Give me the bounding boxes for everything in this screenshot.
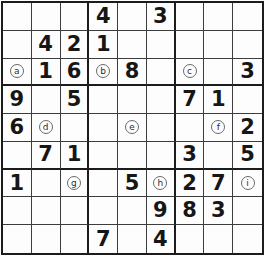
given-digit: 6: [10, 117, 25, 138]
circled-letter-d: d: [39, 120, 53, 134]
cell-r7c7[interactable]: 2: [176, 170, 205, 198]
cell-r6c7[interactable]: 3: [176, 142, 205, 170]
cell-r3c6[interactable]: [147, 59, 176, 87]
given-digit: 7: [96, 229, 111, 250]
cell-r4c9[interactable]: [233, 86, 262, 114]
cell-r4c1[interactable]: 9: [3, 86, 32, 114]
cell-r1c3[interactable]: [61, 3, 90, 31]
circled-letter-f: f: [211, 120, 225, 134]
cell-r6c9[interactable]: 5: [233, 142, 262, 170]
cell-r9c1[interactable]: [3, 225, 32, 253]
cell-r2c7[interactable]: [176, 31, 205, 59]
given-digit: 3: [211, 200, 226, 221]
cell-r5c1[interactable]: 6: [3, 114, 32, 142]
cell-r3c2[interactable]: 1: [32, 59, 61, 87]
circled-letter-a: a: [10, 64, 24, 78]
given-digit: 5: [67, 89, 82, 110]
circled-letter-g: g: [67, 176, 81, 190]
cell-r5c8[interactable]: f: [204, 114, 233, 142]
cell-r7c3[interactable]: g: [61, 170, 90, 198]
cell-r8c4[interactable]: [89, 197, 118, 225]
given-digit: 5: [125, 173, 140, 194]
cell-r9c8[interactable]: [204, 225, 233, 253]
cell-r6c3[interactable]: 1: [61, 142, 90, 170]
cell-r2c8[interactable]: [204, 31, 233, 59]
given-digit: 3: [240, 61, 255, 82]
cell-r8c7[interactable]: 8: [176, 197, 205, 225]
cell-r2c3[interactable]: 2: [61, 31, 90, 59]
cell-r1c1[interactable]: [3, 3, 32, 31]
given-digit: 1: [211, 89, 226, 110]
given-digit: 5: [240, 144, 255, 165]
cell-r4c7[interactable]: 7: [176, 86, 205, 114]
cell-r9c2[interactable]: [32, 225, 61, 253]
circled-letter-e: e: [125, 120, 139, 134]
given-digit: 1: [96, 34, 111, 55]
cell-r6c5[interactable]: [118, 142, 147, 170]
cell-r3c7[interactable]: c: [176, 59, 205, 87]
given-digit: 7: [182, 89, 197, 110]
cell-r2c6[interactable]: [147, 31, 176, 59]
given-digit: 9: [10, 89, 25, 110]
cell-r4c6[interactable]: [147, 86, 176, 114]
cell-r9c6[interactable]: 4: [147, 225, 176, 253]
cell-r4c4[interactable]: [89, 86, 118, 114]
given-digit: 1: [38, 61, 53, 82]
given-digit: 4: [38, 34, 53, 55]
cell-r8c5[interactable]: [118, 197, 147, 225]
cell-r7c8[interactable]: 7: [204, 170, 233, 198]
given-digit: 8: [125, 61, 140, 82]
cell-r6c8[interactable]: [204, 142, 233, 170]
cell-r9c3[interactable]: [61, 225, 90, 253]
cell-r5c9[interactable]: 2: [233, 114, 262, 142]
cell-r6c4[interactable]: [89, 142, 118, 170]
given-digit: 3: [153, 6, 168, 27]
cell-r9c9[interactable]: [233, 225, 262, 253]
cell-r1c6[interactable]: 3: [147, 3, 176, 31]
cell-r4c2[interactable]: [32, 86, 61, 114]
cell-r3c1[interactable]: a: [3, 59, 32, 87]
cell-r6c6[interactable]: [147, 142, 176, 170]
cell-r7c5[interactable]: 5: [118, 170, 147, 198]
cell-r8c2[interactable]: [32, 197, 61, 225]
cell-r4c5[interactable]: [118, 86, 147, 114]
given-digit: 8: [182, 200, 197, 221]
cell-r5c2[interactable]: d: [32, 114, 61, 142]
cell-r3c4[interactable]: b: [89, 59, 118, 87]
cell-r3c9[interactable]: 3: [233, 59, 262, 87]
cell-r7c2[interactable]: [32, 170, 61, 198]
cell-r7c9[interactable]: i: [233, 170, 262, 198]
cell-r1c9[interactable]: [233, 3, 262, 31]
cell-r6c1[interactable]: [3, 142, 32, 170]
cell-r3c3[interactable]: 6: [61, 59, 90, 87]
cell-r4c3[interactable]: 5: [61, 86, 90, 114]
given-digit: 1: [10, 173, 25, 194]
cell-r5c5[interactable]: e: [118, 114, 147, 142]
circled-letter-h: h: [153, 176, 167, 190]
circled-letter-b: b: [96, 64, 110, 78]
circled-letter-i: i: [241, 176, 255, 190]
cell-r7c1[interactable]: 1: [3, 170, 32, 198]
given-digit: 2: [240, 117, 255, 138]
cell-r1c4[interactable]: 4: [89, 3, 118, 31]
cell-r8c8[interactable]: 3: [204, 197, 233, 225]
given-digit: 7: [211, 173, 226, 194]
given-digit: 2: [67, 34, 82, 55]
cell-r3c8[interactable]: [204, 59, 233, 87]
cell-r2c5[interactable]: [118, 31, 147, 59]
cell-r8c3[interactable]: [61, 197, 90, 225]
cell-r8c9[interactable]: [233, 197, 262, 225]
cell-r8c6[interactable]: 9: [147, 197, 176, 225]
given-digit: 4: [96, 6, 111, 27]
cell-r5c7[interactable]: [176, 114, 205, 142]
cell-r1c7[interactable]: [176, 3, 205, 31]
given-digit: 7: [38, 144, 53, 165]
cell-r4c8[interactable]: 1: [204, 86, 233, 114]
cell-r2c9[interactable]: [233, 31, 262, 59]
cell-r9c4[interactable]: 7: [89, 225, 118, 253]
given-digit: 9: [153, 200, 168, 221]
cell-r2c1[interactable]: [3, 31, 32, 59]
cell-r5c6[interactable]: [147, 114, 176, 142]
circled-letter-c: c: [183, 64, 197, 78]
cell-r1c2[interactable]: [32, 3, 61, 31]
given-digit: 2: [182, 173, 197, 194]
given-digit: 4: [153, 229, 168, 250]
cell-r7c6[interactable]: h: [147, 170, 176, 198]
cell-r1c8[interactable]: [204, 3, 233, 31]
cell-r8c1[interactable]: [3, 197, 32, 225]
cell-r5c3[interactable]: [61, 114, 90, 142]
cell-r5c4[interactable]: [89, 114, 118, 142]
cell-r6c2[interactable]: 7: [32, 142, 61, 170]
cell-r2c2[interactable]: 4: [32, 31, 61, 59]
cell-r7c4[interactable]: [89, 170, 118, 198]
cell-r9c7[interactable]: [176, 225, 205, 253]
given-digit: 3: [182, 144, 197, 165]
cell-r2c4[interactable]: 1: [89, 31, 118, 59]
given-digit: 6: [67, 61, 82, 82]
sudoku-board: 43421a16b8c395716def271351g5h27i98374: [1, 1, 264, 255]
given-digit: 1: [67, 144, 82, 165]
cell-r3c5[interactable]: 8: [118, 59, 147, 87]
cell-r1c5[interactable]: [118, 3, 147, 31]
cell-r9c5[interactable]: [118, 225, 147, 253]
